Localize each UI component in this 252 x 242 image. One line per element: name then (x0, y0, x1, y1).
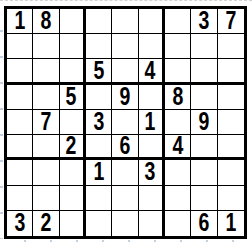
cell-r7c7[interactable] (165, 160, 191, 185)
given-digit: 2 (41, 211, 52, 236)
given-digit: 1 (14, 9, 25, 33)
cell-r5c5[interactable] (112, 110, 138, 135)
cell-r6c7[interactable]: 4 (165, 135, 191, 160)
cell-r2c7[interactable] (165, 34, 191, 59)
cell-r9c7[interactable] (165, 211, 191, 236)
cell-r2c6[interactable] (139, 34, 165, 59)
cell-r6c5[interactable]: 6 (112, 135, 138, 160)
cell-r7c6[interactable]: 3 (139, 160, 165, 185)
cell-r4c8[interactable] (191, 85, 217, 110)
cell-r8c6[interactable] (139, 186, 165, 211)
cell-r6c8[interactable] (191, 135, 217, 160)
given-digit: 6 (120, 135, 131, 158)
cell-r4c6[interactable] (139, 85, 165, 110)
cell-r5c8[interactable]: 9 (191, 110, 217, 135)
cell-r9c4[interactable] (86, 211, 112, 236)
cell-r2c9[interactable] (218, 34, 244, 59)
given-digit: 2 (66, 135, 77, 158)
cell-r7c8[interactable] (191, 160, 217, 185)
cell-r2c4[interactable] (86, 34, 112, 59)
cell-r1c5[interactable] (112, 9, 138, 34)
cell-r2c5[interactable] (112, 34, 138, 59)
cell-r9c6[interactable] (139, 211, 165, 236)
cell-r9c2[interactable]: 2 (33, 211, 59, 236)
given-digit: 8 (41, 9, 52, 33)
given-digit: 9 (199, 110, 210, 134)
cell-r6c1[interactable] (7, 135, 33, 160)
cell-r1c4[interactable] (86, 9, 112, 34)
cell-r8c8[interactable] (191, 186, 217, 211)
cell-r1c3[interactable] (60, 9, 86, 34)
given-digit: 7 (41, 110, 52, 134)
cell-r1c9[interactable]: 7 (218, 9, 244, 34)
sudoku-board: 1837545987319264133261 (4, 6, 247, 239)
given-digit: 3 (199, 9, 210, 33)
given-digit: 4 (172, 135, 183, 158)
cell-r5c1[interactable] (7, 110, 33, 135)
cell-r1c2[interactable]: 8 (33, 9, 59, 34)
cell-r3c2[interactable] (33, 59, 59, 84)
cell-r8c3[interactable] (60, 186, 86, 211)
cell-r8c5[interactable] (112, 186, 138, 211)
cell-r8c4[interactable] (86, 186, 112, 211)
cell-r2c8[interactable] (191, 34, 217, 59)
cell-r1c1[interactable]: 1 (7, 9, 33, 34)
cell-r6c4[interactable] (86, 135, 112, 160)
given-digit: 1 (93, 160, 104, 184)
cell-r7c3[interactable] (60, 160, 86, 185)
cell-r3c7[interactable] (165, 59, 191, 84)
cell-r7c4[interactable]: 1 (86, 160, 112, 185)
cell-r7c1[interactable] (7, 160, 33, 185)
cell-r4c5[interactable]: 9 (112, 85, 138, 110)
given-digit: 4 (145, 59, 156, 82)
cell-r3c3[interactable] (60, 59, 86, 84)
cell-r1c7[interactable] (165, 9, 191, 34)
cell-r2c1[interactable] (7, 34, 33, 59)
given-digit: 1 (225, 211, 236, 236)
cell-r9c9[interactable]: 1 (218, 211, 244, 236)
page-gridline-left (0, 6, 3, 239)
given-digit: 1 (145, 110, 156, 134)
cell-r4c4[interactable] (86, 85, 112, 110)
cell-r6c3[interactable]: 2 (60, 135, 86, 160)
given-digit: 3 (14, 211, 25, 236)
cell-r1c8[interactable]: 3 (191, 9, 217, 34)
cell-r3c9[interactable] (218, 59, 244, 84)
cell-r5c7[interactable] (165, 110, 191, 135)
cell-r7c5[interactable] (112, 160, 138, 185)
given-digit: 9 (120, 85, 131, 109)
given-digit: 6 (199, 211, 210, 236)
cell-r7c9[interactable] (218, 160, 244, 185)
cell-r4c7[interactable]: 8 (165, 85, 191, 110)
cell-r9c3[interactable] (60, 211, 86, 236)
cell-r7c2[interactable] (33, 160, 59, 185)
cell-r2c3[interactable] (60, 34, 86, 59)
cell-r4c9[interactable] (218, 85, 244, 110)
cell-r4c1[interactable] (7, 85, 33, 110)
cell-r5c4[interactable]: 3 (86, 110, 112, 135)
cell-r1c6[interactable] (139, 9, 165, 34)
cell-r3c5[interactable] (112, 59, 138, 84)
cell-r8c2[interactable] (33, 186, 59, 211)
given-digit: 5 (66, 85, 77, 109)
cell-r8c9[interactable] (218, 186, 244, 211)
page-gridline-top (0, 0, 252, 1)
given-digit: 3 (93, 110, 104, 134)
cell-r8c1[interactable] (7, 186, 33, 211)
cell-r9c5[interactable] (112, 211, 138, 236)
cell-r5c6[interactable]: 1 (139, 110, 165, 135)
cell-r8c7[interactable] (165, 186, 191, 211)
cell-r9c1[interactable]: 3 (7, 211, 33, 236)
cell-r5c3[interactable] (60, 110, 86, 135)
cell-r6c6[interactable] (139, 135, 165, 160)
cell-r5c9[interactable] (218, 110, 244, 135)
cell-r9c8[interactable]: 6 (191, 211, 217, 236)
given-digit: 5 (93, 59, 104, 82)
page: 1837545987319264133261 (0, 0, 252, 242)
cell-r2c2[interactable] (33, 34, 59, 59)
cell-r3c6[interactable]: 4 (139, 59, 165, 84)
given-digit: 8 (172, 85, 183, 109)
cell-r3c4[interactable]: 5 (86, 59, 112, 84)
cell-r4c2[interactable] (33, 85, 59, 110)
cell-r6c9[interactable] (218, 135, 244, 160)
given-digit: 7 (225, 9, 236, 33)
cell-r6c2[interactable] (33, 135, 59, 160)
cell-r4c3[interactable]: 5 (60, 85, 86, 110)
given-digit: 3 (145, 160, 156, 184)
cell-r3c8[interactable] (191, 59, 217, 84)
cell-r5c2[interactable]: 7 (33, 110, 59, 135)
cell-r3c1[interactable] (7, 59, 33, 84)
